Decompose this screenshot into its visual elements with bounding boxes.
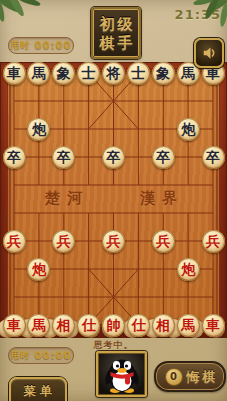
piece-black-cannon[interactable]: 炮 — [27, 118, 50, 141]
piece-black-soldier[interactable]: 卒 — [3, 146, 26, 169]
xiangqi-board[interactable]: 楚河 漢界 車馬象士将士象馬車炮炮卒卒卒卒卒兵兵兵兵兵炮炮車馬相仕帥仕相馬車 — [0, 62, 227, 338]
piece-red-soldier[interactable]: 兵 — [3, 230, 26, 253]
sound-button[interactable] — [194, 38, 224, 68]
piece-red-horse[interactable]: 馬 — [177, 314, 200, 337]
piece-red-cannon[interactable]: 炮 — [27, 258, 50, 281]
piece-black-chariot[interactable]: 車 — [3, 62, 26, 85]
undo-count-badge: 0 — [165, 368, 183, 386]
piece-black-general[interactable]: 将 — [102, 62, 125, 85]
piece-black-advisor[interactable]: 士 — [77, 62, 100, 85]
piece-red-horse[interactable]: 馬 — [27, 314, 50, 337]
piece-red-elephant[interactable]: 相 — [52, 314, 75, 337]
piece-red-soldier[interactable]: 兵 — [102, 230, 125, 253]
piece-black-horse[interactable]: 馬 — [27, 62, 50, 85]
undo-button-label: 悔棋 — [187, 368, 219, 386]
opponent-timer-label: 用时 — [11, 39, 31, 52]
undo-button[interactable]: 0 悔棋 — [154, 361, 226, 392]
piece-red-general[interactable]: 帥 — [102, 314, 125, 337]
piece-black-soldier[interactable]: 卒 — [102, 146, 125, 169]
piece-red-advisor[interactable]: 仕 — [127, 314, 150, 337]
menu-button-label: 菜单 — [24, 383, 56, 400]
piece-red-cannon[interactable]: 炮 — [177, 258, 200, 281]
river-label-chu-he: 楚河 — [36, 189, 98, 211]
rank-badge-line2: 棋手 — [100, 34, 136, 52]
game-screen: 21:35 初级 棋手 用时 00:00 楚河 漢界 車馬象士将 — [0, 0, 227, 401]
player-avatar[interactable] — [96, 351, 147, 397]
piece-black-soldier[interactable]: 卒 — [52, 146, 75, 169]
piece-red-soldier[interactable]: 兵 — [52, 230, 75, 253]
rank-badge: 初级 棋手 — [91, 7, 141, 59]
player-timer: 用时 00:00 — [8, 347, 74, 364]
piece-red-elephant[interactable]: 相 — [152, 314, 175, 337]
bamboo-leaves-icon — [0, 0, 52, 29]
rank-badge-line1: 初级 — [100, 15, 136, 33]
piece-black-advisor[interactable]: 士 — [127, 62, 150, 85]
piece-red-soldier[interactable]: 兵 — [152, 230, 175, 253]
piece-red-advisor[interactable]: 仕 — [77, 314, 100, 337]
piece-black-elephant[interactable]: 象 — [52, 62, 75, 85]
player-timer-value: 00:00 — [35, 350, 72, 361]
piece-black-elephant[interactable]: 象 — [152, 62, 175, 85]
qq-penguin-icon — [104, 355, 140, 393]
piece-red-chariot[interactable]: 車 — [3, 314, 26, 337]
bamboo-leaves-icon — [182, 0, 227, 33]
opponent-timer-value: 00:00 — [35, 40, 72, 51]
piece-red-chariot[interactable]: 車 — [202, 314, 225, 337]
piece-black-cannon[interactable]: 炮 — [177, 118, 200, 141]
opponent-timer: 用时 00:00 — [8, 37, 74, 54]
piece-black-soldier[interactable]: 卒 — [152, 146, 175, 169]
menu-button[interactable]: 菜单 — [9, 377, 67, 401]
speaker-icon — [200, 44, 218, 62]
river-label-han-jie: 漢界 — [131, 189, 193, 211]
piece-black-soldier[interactable]: 卒 — [202, 146, 225, 169]
player-timer-label: 用时 — [11, 349, 31, 362]
piece-red-soldier[interactable]: 兵 — [202, 230, 225, 253]
